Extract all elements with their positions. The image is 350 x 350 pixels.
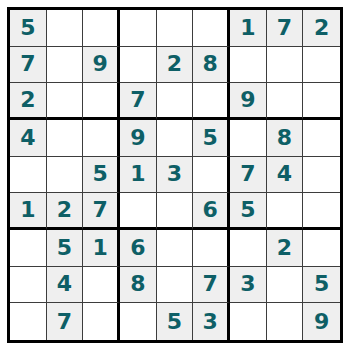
cell-r5c9[interactable] xyxy=(303,157,340,194)
cell-r6c8[interactable] xyxy=(267,193,304,230)
cell-r4c9[interactable] xyxy=(303,120,340,157)
cell-r1c2[interactable] xyxy=(47,10,84,47)
cell-r2c4[interactable] xyxy=(120,47,157,84)
cell-r7c5[interactable] xyxy=(157,230,194,267)
cell-r9c3[interactable] xyxy=(83,303,120,340)
cell-r4c3[interactable] xyxy=(83,120,120,157)
cell-r7c1[interactable] xyxy=(10,230,47,267)
cell-r5c6[interactable] xyxy=(193,157,230,194)
cell-r8c9[interactable]: 5 xyxy=(303,267,340,304)
cell-r2c6[interactable]: 8 xyxy=(193,47,230,84)
cell-r7c7[interactable] xyxy=(230,230,267,267)
cell-r4c6[interactable]: 5 xyxy=(193,120,230,157)
cell-r5c7[interactable]: 7 xyxy=(230,157,267,194)
cell-r7c2[interactable]: 5 xyxy=(47,230,84,267)
cell-r4c2[interactable] xyxy=(47,120,84,157)
cell-r9c8[interactable] xyxy=(267,303,304,340)
cell-r2c2[interactable] xyxy=(47,47,84,84)
cell-r2c9[interactable] xyxy=(303,47,340,84)
cell-r8c3[interactable] xyxy=(83,267,120,304)
cell-r8c1[interactable] xyxy=(10,267,47,304)
cell-r8c4[interactable]: 8 xyxy=(120,267,157,304)
cell-r8c6[interactable]: 7 xyxy=(193,267,230,304)
cell-r9c5[interactable]: 5 xyxy=(157,303,194,340)
cell-r3c8[interactable] xyxy=(267,83,304,120)
cell-r1c3[interactable] xyxy=(83,10,120,47)
cell-r9c2[interactable]: 7 xyxy=(47,303,84,340)
cell-r8c8[interactable] xyxy=(267,267,304,304)
cell-r9c4[interactable] xyxy=(120,303,157,340)
cell-r8c2[interactable]: 4 xyxy=(47,267,84,304)
cell-r2c1[interactable]: 7 xyxy=(10,47,47,84)
cell-r7c6[interactable] xyxy=(193,230,230,267)
cell-r3c5[interactable] xyxy=(157,83,194,120)
cell-r3c1[interactable]: 2 xyxy=(10,83,47,120)
cell-r4c8[interactable]: 8 xyxy=(267,120,304,157)
cell-r6c4[interactable] xyxy=(120,193,157,230)
cell-r7c9[interactable] xyxy=(303,230,340,267)
cell-r3c4[interactable]: 7 xyxy=(120,83,157,120)
cell-r9c6[interactable]: 3 xyxy=(193,303,230,340)
cell-r6c7[interactable]: 5 xyxy=(230,193,267,230)
cell-r5c2[interactable] xyxy=(47,157,84,194)
cell-r2c8[interactable] xyxy=(267,47,304,84)
cell-r5c8[interactable]: 4 xyxy=(267,157,304,194)
cell-r6c2[interactable]: 2 xyxy=(47,193,84,230)
cell-r6c9[interactable] xyxy=(303,193,340,230)
cell-r9c7[interactable] xyxy=(230,303,267,340)
cell-r9c1[interactable] xyxy=(10,303,47,340)
cell-r1c4[interactable] xyxy=(120,10,157,47)
cell-r1c9[interactable]: 2 xyxy=(303,10,340,47)
cell-r3c6[interactable] xyxy=(193,83,230,120)
cell-r3c3[interactable] xyxy=(83,83,120,120)
cell-r3c2[interactable] xyxy=(47,83,84,120)
cell-r2c3[interactable]: 9 xyxy=(83,47,120,84)
cell-r4c1[interactable]: 4 xyxy=(10,120,47,157)
cell-r2c7[interactable] xyxy=(230,47,267,84)
cell-r6c3[interactable]: 7 xyxy=(83,193,120,230)
cell-r7c3[interactable]: 1 xyxy=(83,230,120,267)
cell-r3c9[interactable] xyxy=(303,83,340,120)
cell-r8c7[interactable]: 3 xyxy=(230,267,267,304)
cell-r3c7[interactable]: 9 xyxy=(230,83,267,120)
cell-r1c1[interactable]: 5 xyxy=(10,10,47,47)
cell-r1c8[interactable]: 7 xyxy=(267,10,304,47)
cell-r4c5[interactable] xyxy=(157,120,194,157)
cell-r6c5[interactable] xyxy=(157,193,194,230)
cell-r7c4[interactable]: 6 xyxy=(120,230,157,267)
cell-r9c9[interactable]: 9 xyxy=(303,303,340,340)
cell-r5c3[interactable]: 5 xyxy=(83,157,120,194)
cell-r7c8[interactable]: 2 xyxy=(267,230,304,267)
cell-r4c4[interactable]: 9 xyxy=(120,120,157,157)
sudoku-board: 51727928279495851374127655162487357539 xyxy=(7,7,343,343)
cell-r1c6[interactable] xyxy=(193,10,230,47)
cell-r1c5[interactable] xyxy=(157,10,194,47)
cell-r6c6[interactable]: 6 xyxy=(193,193,230,230)
cell-r5c5[interactable]: 3 xyxy=(157,157,194,194)
cell-r6c1[interactable]: 1 xyxy=(10,193,47,230)
cell-r8c5[interactable] xyxy=(157,267,194,304)
cell-r5c4[interactable]: 1 xyxy=(120,157,157,194)
cell-r1c7[interactable]: 1 xyxy=(230,10,267,47)
cell-r2c5[interactable]: 2 xyxy=(157,47,194,84)
cell-r4c7[interactable] xyxy=(230,120,267,157)
page-background: 51727928279495851374127655162487357539 xyxy=(0,0,350,350)
cell-r5c1[interactable] xyxy=(10,157,47,194)
